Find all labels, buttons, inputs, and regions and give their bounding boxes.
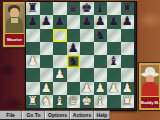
player-card-white: Buddy M. [139,63,160,110]
square-c2[interactable] [53,82,67,95]
square-e7[interactable]: ♟ [80,15,94,28]
square-f5[interactable] [94,42,108,55]
square-c5[interactable] [53,42,67,55]
square-b6[interactable] [40,29,54,42]
square-g8[interactable] [107,2,121,15]
piece-black-pawn: ♟ [41,15,52,28]
piece-black-pawn: ♟ [27,15,38,28]
piece-white-pawn: ♟ [95,82,106,95]
square-e6[interactable] [80,29,94,42]
square-h6[interactable] [121,29,135,42]
square-e3[interactable] [80,68,94,81]
menu-file[interactable]: File [0,111,22,119]
square-f2[interactable]: ♟ [94,82,108,95]
square-h8[interactable]: ♜ [121,2,135,15]
square-b4[interactable] [40,55,54,68]
piece-black-knight: ♞ [68,55,79,68]
square-b7[interactable]: ♟ [40,15,54,28]
square-a2[interactable] [26,82,40,95]
square-d8[interactable]: ♛ [67,2,81,15]
square-h1[interactable]: ♜ [121,95,135,108]
square-c3[interactable]: ♟ [53,68,67,81]
square-f3[interactable] [94,68,108,81]
menu-actions[interactable]: Actions [70,111,94,119]
square-a1[interactable]: ♜ [26,95,40,108]
piece-white-pawn: ♟ [122,82,133,95]
square-b5[interactable] [40,42,54,55]
piece-white-queen: ♛ [68,95,79,108]
piece-black-knight: ♞ [95,29,106,42]
piece-white-knight: ♞ [41,95,52,108]
square-d7[interactable] [67,15,81,28]
square-d5[interactable]: ♟ [67,42,81,55]
player-name-black: Maurice [5,33,24,45]
menu-go-to[interactable]: Go To [22,111,45,119]
chess-board-frame: ♜♛♚♝♜♟♟♟♟♟♟♟♞♟♟♞♝♟♟♟♟♟♟♜♞♝♛♚♝♜ [25,1,137,111]
player-name-white: Buddy M. [141,96,159,108]
square-g1[interactable] [107,95,121,108]
square-g6[interactable] [107,29,121,42]
square-a3[interactable] [26,68,40,81]
piece-black-rook: ♜ [122,2,133,15]
player-portrait-maurice [5,4,24,34]
square-b8[interactable] [40,2,54,15]
square-h7[interactable]: ♟ [121,15,135,28]
piece-black-queen: ♛ [68,2,79,15]
portrait-shirt [142,82,158,97]
piece-black-pawn: ♟ [54,15,65,28]
square-c7[interactable]: ♟ [53,15,67,28]
square-c8[interactable] [53,2,67,15]
square-d6[interactable] [67,29,81,42]
square-h3[interactable] [121,68,135,81]
square-b2[interactable]: ♟ [40,82,54,95]
piece-black-pawn: ♟ [108,15,119,28]
piece-white-pawn: ♟ [27,55,38,68]
piece-black-king: ♚ [81,2,92,15]
square-c1[interactable]: ♝ [53,95,67,108]
square-f6[interactable]: ♞ [94,29,108,42]
square-d1[interactable]: ♛ [67,95,81,108]
chess-board: ♜♛♚♝♜♟♟♟♟♟♟♟♞♟♟♞♝♟♟♟♟♟♟♜♞♝♛♚♝♜ [26,2,134,108]
piece-black-pawn: ♟ [68,42,79,55]
piece-white-rook: ♜ [27,95,38,108]
square-g2[interactable]: ♟ [107,82,121,95]
square-a6[interactable] [26,29,40,42]
square-e5[interactable] [80,42,94,55]
square-g5[interactable] [107,42,121,55]
square-e2[interactable]: ♟ [80,82,94,95]
square-e8[interactable]: ♚ [80,2,94,15]
square-g7[interactable]: ♟ [107,15,121,28]
portrait-collar [11,18,18,23]
square-f1[interactable]: ♝ [94,95,108,108]
piece-black-rook: ♜ [27,2,38,15]
square-a4[interactable]: ♟ [26,55,40,68]
square-f8[interactable]: ♝ [94,2,108,15]
square-h5[interactable] [121,42,135,55]
square-f4[interactable] [94,55,108,68]
square-b1[interactable]: ♞ [40,95,54,108]
piece-black-pawn: ♟ [122,15,133,28]
menu-options[interactable]: Options [45,111,70,119]
square-c6[interactable] [53,29,67,42]
menu-bar: File Go To Options Actions Help [0,110,110,120]
square-h2[interactable]: ♟ [121,82,135,95]
piece-black-pawn: ♟ [95,15,106,28]
piece-white-pawn: ♟ [54,68,65,81]
square-e1[interactable]: ♚ [80,95,94,108]
square-a5[interactable] [26,42,40,55]
piece-white-pawn: ♟ [81,82,92,95]
square-b3[interactable] [40,68,54,81]
square-a8[interactable]: ♜ [26,2,40,15]
piece-white-king: ♚ [81,95,92,108]
piece-black-bishop: ♝ [95,2,106,15]
square-g3[interactable] [107,68,121,81]
square-a7[interactable]: ♟ [26,15,40,28]
player-card-black: Maurice [3,2,26,47]
square-c4[interactable] [53,55,67,68]
piece-white-rook: ♜ [122,95,133,108]
piece-white-bishop: ♝ [54,95,65,108]
square-h4[interactable] [121,55,135,68]
square-d2[interactable] [67,82,81,95]
piece-white-bishop: ♝ [95,95,106,108]
chess-app-window: Maurice ♜♛♚♝♜♟♟♟♟♟♟♟♞♟♟♞♝♟♟♟♟♟♟♜♞♝♛♚♝♜ B… [0,0,160,120]
piece-white-pawn: ♟ [108,82,119,95]
square-g4[interactable]: ♝ [107,55,121,68]
piece-white-pawn: ♟ [41,82,52,95]
piece-black-pawn: ♟ [81,15,92,28]
menu-help[interactable]: Help [94,111,110,119]
square-d3[interactable] [67,68,81,81]
square-e4[interactable] [80,55,94,68]
piece-black-bishop: ♝ [108,55,119,68]
square-d4[interactable]: ♞ [67,55,81,68]
square-f7[interactable]: ♟ [94,15,108,28]
player-portrait-buddy [141,65,159,97]
